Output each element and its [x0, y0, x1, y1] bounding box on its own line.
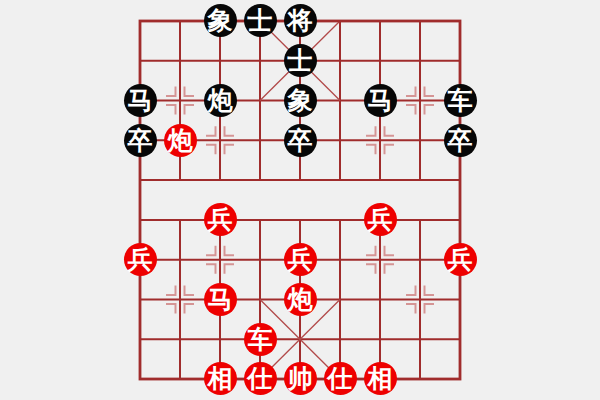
intersection	[400, 359, 440, 399]
piece-red-soldier[interactable]: 兵	[284, 243, 317, 276]
intersection: 马	[360, 81, 400, 121]
intersection	[200, 120, 240, 160]
piece-red-cannon[interactable]: 炮	[284, 283, 317, 316]
intersection: 象	[200, 1, 240, 41]
piece-black-horse[interactable]: 马	[124, 84, 157, 117]
intersection	[320, 1, 360, 41]
intersection	[160, 240, 200, 280]
intersection	[120, 200, 160, 240]
intersection	[320, 279, 360, 319]
intersection: 炮	[280, 279, 320, 319]
piece-red-general[interactable]: 帅	[284, 362, 317, 395]
intersection	[400, 240, 440, 280]
intersection: 马	[200, 279, 240, 319]
piece-black-horse[interactable]: 马	[364, 84, 397, 117]
intersection: 相	[360, 359, 400, 399]
intersection	[200, 319, 240, 359]
intersection: 士	[240, 1, 280, 41]
intersection	[440, 1, 480, 41]
intersection: 车	[440, 81, 480, 121]
intersection	[240, 240, 280, 280]
intersection	[160, 1, 200, 41]
intersection	[440, 200, 480, 240]
intersection	[440, 319, 480, 359]
intersection	[400, 120, 440, 160]
intersection	[120, 1, 160, 41]
intersection: 兵	[360, 200, 400, 240]
piece-black-advisor[interactable]: 士	[284, 44, 317, 77]
intersection	[240, 279, 280, 319]
intersection	[400, 279, 440, 319]
board-intersections: 象士将士马炮象马车卒炮卒卒兵兵兵兵兵马炮车相仕帅仕相	[120, 1, 480, 399]
xiangqi-board: 象士将士马炮象马车卒炮卒卒兵兵兵兵兵马炮车相仕帅仕相	[0, 0, 600, 400]
piece-black-general[interactable]: 将	[284, 4, 317, 37]
intersection	[240, 81, 280, 121]
intersection: 仕	[240, 359, 280, 399]
intersection	[360, 1, 400, 41]
intersection	[240, 120, 280, 160]
intersection	[240, 200, 280, 240]
intersection	[320, 240, 360, 280]
intersection	[160, 41, 200, 81]
intersection	[360, 120, 400, 160]
piece-black-soldier[interactable]: 卒	[444, 124, 477, 157]
piece-red-elephant[interactable]: 相	[364, 362, 397, 395]
intersection	[440, 359, 480, 399]
intersection	[160, 359, 200, 399]
intersection	[360, 319, 400, 359]
piece-red-soldier[interactable]: 兵	[444, 243, 477, 276]
intersection	[360, 41, 400, 81]
intersection: 兵	[120, 240, 160, 280]
intersection	[120, 359, 160, 399]
piece-black-chariot[interactable]: 车	[444, 84, 477, 117]
intersection	[120, 279, 160, 319]
intersection	[200, 240, 240, 280]
intersection	[400, 200, 440, 240]
intersection	[400, 160, 440, 200]
piece-black-elephant[interactable]: 象	[284, 84, 317, 117]
piece-red-soldier[interactable]: 兵	[364, 203, 397, 236]
intersection	[240, 160, 280, 200]
intersection: 卒	[440, 120, 480, 160]
intersection	[360, 160, 400, 200]
intersection	[320, 81, 360, 121]
intersection: 相	[200, 359, 240, 399]
intersection	[320, 200, 360, 240]
intersection: 象	[280, 81, 320, 121]
intersection: 炮	[160, 120, 200, 160]
intersection	[400, 319, 440, 359]
piece-black-advisor[interactable]: 士	[244, 4, 277, 37]
intersection	[360, 279, 400, 319]
intersection	[280, 160, 320, 200]
intersection	[400, 41, 440, 81]
piece-red-advisor[interactable]: 仕	[324, 362, 357, 395]
intersection: 仕	[320, 359, 360, 399]
piece-black-soldier[interactable]: 卒	[284, 124, 317, 157]
piece-red-chariot[interactable]: 车	[244, 323, 277, 356]
intersection: 兵	[280, 240, 320, 280]
intersection	[160, 279, 200, 319]
intersection	[120, 319, 160, 359]
piece-red-soldier[interactable]: 兵	[204, 203, 237, 236]
intersection	[320, 160, 360, 200]
intersection	[320, 319, 360, 359]
intersection	[120, 41, 160, 81]
intersection	[160, 81, 200, 121]
piece-red-horse[interactable]: 马	[204, 283, 237, 316]
piece-red-cannon[interactable]: 炮	[164, 124, 197, 157]
intersection	[120, 160, 160, 200]
piece-black-elephant[interactable]: 象	[204, 4, 237, 37]
intersection	[360, 240, 400, 280]
intersection	[160, 160, 200, 200]
intersection: 卒	[280, 120, 320, 160]
intersection	[240, 41, 280, 81]
piece-black-cannon[interactable]: 炮	[204, 84, 237, 117]
intersection	[440, 160, 480, 200]
intersection: 兵	[200, 200, 240, 240]
intersection	[320, 120, 360, 160]
intersection	[400, 1, 440, 41]
intersection	[200, 160, 240, 200]
intersection: 帅	[280, 359, 320, 399]
piece-red-soldier[interactable]: 兵	[124, 243, 157, 276]
piece-red-advisor[interactable]: 仕	[244, 362, 277, 395]
intersection	[280, 319, 320, 359]
intersection: 士	[280, 41, 320, 81]
piece-red-elephant[interactable]: 相	[204, 362, 237, 395]
intersection: 炮	[200, 81, 240, 121]
piece-black-soldier[interactable]: 卒	[124, 124, 157, 157]
intersection	[320, 41, 360, 81]
intersection	[440, 279, 480, 319]
intersection	[200, 41, 240, 81]
intersection: 马	[120, 81, 160, 121]
intersection	[440, 41, 480, 81]
intersection: 将	[280, 1, 320, 41]
intersection	[400, 81, 440, 121]
intersection: 兵	[440, 240, 480, 280]
intersection: 卒	[120, 120, 160, 160]
intersection	[160, 200, 200, 240]
intersection: 车	[240, 319, 280, 359]
intersection	[160, 319, 200, 359]
intersection	[280, 200, 320, 240]
